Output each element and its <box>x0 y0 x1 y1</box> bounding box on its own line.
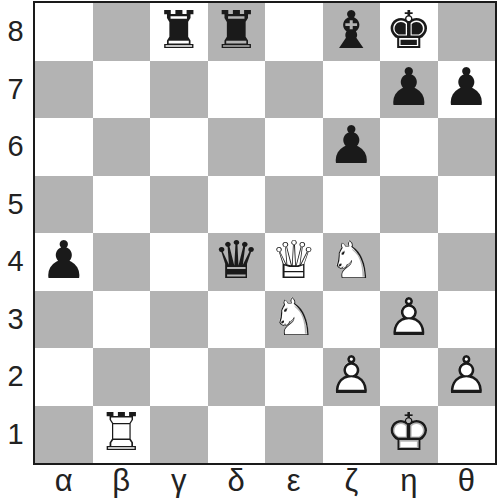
square-e7[interactable] <box>265 61 323 119</box>
file-label-d: δ <box>208 462 266 500</box>
square-d8[interactable]: ♜ <box>208 3 266 61</box>
square-h3[interactable] <box>438 291 496 349</box>
square-e4[interactable]: ♛♕ <box>265 233 323 291</box>
square-e1[interactable] <box>265 406 323 464</box>
black-pawn-piece[interactable]: ♟ <box>35 233 93 291</box>
square-e2[interactable] <box>265 348 323 406</box>
piece-glyph: ♟ <box>385 61 432 113</box>
piece-glyph: ♝ <box>328 4 375 56</box>
rank-label-7: 7 <box>0 61 31 119</box>
black-pawn-piece[interactable]: ♟ <box>438 61 496 119</box>
file-label-e: ε <box>265 462 323 500</box>
piece-glyph: ♜ <box>213 4 260 56</box>
file-label-a: α <box>35 462 93 500</box>
piece-outline: ♔ <box>385 406 432 458</box>
square-h6[interactable] <box>438 118 496 176</box>
square-h2[interactable]: ♟♙ <box>438 348 496 406</box>
rank-label-6: 6 <box>0 118 31 176</box>
square-d7[interactable] <box>208 61 266 119</box>
white-knight-piece[interactable]: ♞♘ <box>323 233 381 291</box>
file-label-c: γ <box>150 462 208 500</box>
rank-label-5: 5 <box>0 176 31 234</box>
square-f3[interactable] <box>323 291 381 349</box>
square-h8[interactable] <box>438 3 496 61</box>
piece-glyph: ♟ <box>328 119 375 171</box>
black-rook-piece[interactable]: ♜ <box>150 3 208 61</box>
square-e3[interactable]: ♞♘ <box>265 291 323 349</box>
white-queen-piece[interactable]: ♛♕ <box>265 233 323 291</box>
square-c7[interactable] <box>150 61 208 119</box>
square-g8[interactable]: ♚ <box>380 3 438 61</box>
file-label-h: θ <box>438 462 496 500</box>
white-pawn-piece[interactable]: ♟♙ <box>380 291 438 349</box>
piece-outline: ♙ <box>385 291 432 343</box>
black-bishop-piece[interactable]: ♝ <box>323 3 381 61</box>
file-labels: αβγδεζηθ <box>35 462 495 500</box>
square-b3[interactable] <box>93 291 151 349</box>
square-g2[interactable] <box>380 348 438 406</box>
square-f1[interactable] <box>323 406 381 464</box>
square-g7[interactable]: ♟ <box>380 61 438 119</box>
file-label-f: ζ <box>323 462 381 500</box>
square-a2[interactable] <box>35 348 93 406</box>
square-c8[interactable]: ♜ <box>150 3 208 61</box>
square-f8[interactable]: ♝ <box>323 3 381 61</box>
square-c1[interactable] <box>150 406 208 464</box>
square-d2[interactable] <box>208 348 266 406</box>
piece-glyph: ♚ <box>385 4 432 56</box>
rank-label-1: 1 <box>0 406 31 464</box>
square-c4[interactable] <box>150 233 208 291</box>
square-h7[interactable]: ♟ <box>438 61 496 119</box>
black-pawn-piece[interactable]: ♟ <box>323 118 381 176</box>
square-b8[interactable] <box>93 3 151 61</box>
chess-diagram: 87654321 ♜♜♝♚♟♟♟♟♛♛♕♞♘♞♘♟♙♟♙♟♙♜♖♚♔ αβγδε… <box>0 0 500 500</box>
square-a8[interactable] <box>35 3 93 61</box>
square-c6[interactable] <box>150 118 208 176</box>
black-pawn-piece[interactable]: ♟ <box>380 61 438 119</box>
square-b4[interactable] <box>93 233 151 291</box>
square-g1[interactable]: ♚♔ <box>380 406 438 464</box>
piece-outline: ♘ <box>328 234 375 286</box>
square-b6[interactable] <box>93 118 151 176</box>
rank-label-2: 2 <box>0 348 31 406</box>
rank-label-8: 8 <box>0 3 31 61</box>
square-c3[interactable] <box>150 291 208 349</box>
rank-label-3: 3 <box>0 291 31 349</box>
piece-glyph: ♜ <box>155 4 202 56</box>
square-f7[interactable] <box>323 61 381 119</box>
square-f5[interactable] <box>323 176 381 234</box>
square-g6[interactable] <box>380 118 438 176</box>
piece-outline: ♙ <box>443 349 490 401</box>
black-rook-piece[interactable]: ♜ <box>208 3 266 61</box>
square-f4[interactable]: ♞♘ <box>323 233 381 291</box>
square-b2[interactable] <box>93 348 151 406</box>
chessboard: ♜♜♝♚♟♟♟♟♛♛♕♞♘♞♘♟♙♟♙♟♙♜♖♚♔ <box>33 1 497 465</box>
white-king-piece[interactable]: ♚♔ <box>380 406 438 464</box>
square-b7[interactable] <box>93 61 151 119</box>
square-e6[interactable] <box>265 118 323 176</box>
square-f2[interactable]: ♟♙ <box>323 348 381 406</box>
square-a1[interactable] <box>35 406 93 464</box>
square-d4[interactable]: ♛ <box>208 233 266 291</box>
square-a5[interactable] <box>35 176 93 234</box>
square-b1[interactable]: ♜♖ <box>93 406 151 464</box>
black-queen-piece[interactable]: ♛ <box>208 233 266 291</box>
white-pawn-piece[interactable]: ♟♙ <box>438 348 496 406</box>
square-d3[interactable] <box>208 291 266 349</box>
square-h4[interactable] <box>438 233 496 291</box>
square-g4[interactable] <box>380 233 438 291</box>
piece-outline: ♖ <box>98 406 145 458</box>
rank-labels: 87654321 <box>0 3 31 463</box>
rank-label-4: 4 <box>0 233 31 291</box>
white-pawn-piece[interactable]: ♟♙ <box>323 348 381 406</box>
square-a4[interactable]: ♟ <box>35 233 93 291</box>
white-knight-piece[interactable]: ♞♘ <box>265 291 323 349</box>
square-d6[interactable] <box>208 118 266 176</box>
square-h5[interactable] <box>438 176 496 234</box>
black-king-piece[interactable]: ♚ <box>380 3 438 61</box>
piece-glyph: ♛ <box>213 234 260 286</box>
square-a6[interactable] <box>35 118 93 176</box>
piece-outline: ♘ <box>270 291 317 343</box>
square-g5[interactable] <box>380 176 438 234</box>
piece-glyph: ♟ <box>40 234 87 286</box>
square-a3[interactable] <box>35 291 93 349</box>
square-a7[interactable] <box>35 61 93 119</box>
square-e8[interactable] <box>265 3 323 61</box>
white-rook-piece[interactable]: ♜♖ <box>93 406 151 464</box>
square-g3[interactable]: ♟♙ <box>380 291 438 349</box>
piece-outline: ♙ <box>328 349 375 401</box>
file-label-g: η <box>380 462 438 500</box>
square-f6[interactable]: ♟ <box>323 118 381 176</box>
square-c5[interactable] <box>150 176 208 234</box>
square-b5[interactable] <box>93 176 151 234</box>
square-e5[interactable] <box>265 176 323 234</box>
square-d1[interactable] <box>208 406 266 464</box>
square-h1[interactable] <box>438 406 496 464</box>
square-c2[interactable] <box>150 348 208 406</box>
piece-outline: ♕ <box>270 234 317 286</box>
piece-glyph: ♟ <box>443 61 490 113</box>
square-d5[interactable] <box>208 176 266 234</box>
file-label-b: β <box>93 462 151 500</box>
